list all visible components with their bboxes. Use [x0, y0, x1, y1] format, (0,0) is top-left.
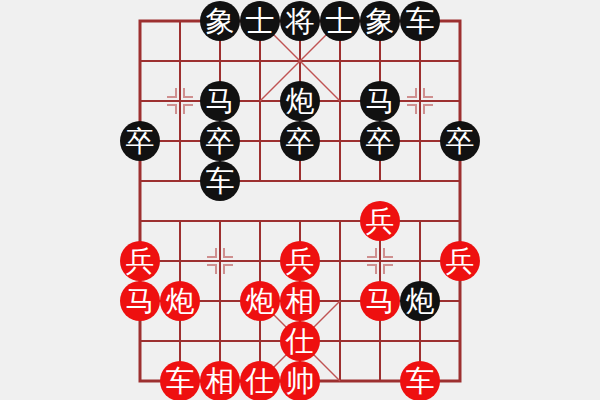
piece-red-cannon[interactable]: 炮 [160, 281, 200, 321]
piece-red-pawn[interactable]: 兵 [280, 241, 320, 281]
piece-black-pawn[interactable]: 卒 [120, 121, 160, 161]
xiangqi-board[interactable]: 象士将士象车马炮马卒卒卒卒卒车兵兵兵兵马炮炮相马炮仕车相仕帅车 [120, 1, 480, 400]
piece-black-cannon[interactable]: 炮 [280, 81, 320, 121]
piece-black-elephant[interactable]: 象 [200, 1, 240, 41]
piece-black-chariot[interactable]: 车 [400, 1, 440, 41]
piece-black-horse[interactable]: 马 [360, 81, 400, 121]
piece-black-horse[interactable]: 马 [200, 81, 240, 121]
piece-red-chariot[interactable]: 车 [400, 361, 440, 400]
piece-red-pawn[interactable]: 兵 [360, 201, 400, 241]
piece-black-advisor[interactable]: 士 [320, 1, 360, 41]
piece-red-advisor[interactable]: 仕 [280, 321, 320, 361]
piece-black-king[interactable]: 将 [280, 1, 320, 41]
piece-red-elephant[interactable]: 相 [200, 361, 240, 400]
piece-red-king[interactable]: 帅 [280, 361, 320, 400]
piece-black-advisor[interactable]: 士 [240, 1, 280, 41]
piece-red-elephant[interactable]: 相 [280, 281, 320, 321]
piece-black-pawn[interactable]: 卒 [360, 121, 400, 161]
xiangqi-screenshot: 象士将士象车马炮马卒卒卒卒卒车兵兵兵兵马炮炮相马炮仕车相仕帅车 [0, 0, 600, 400]
piece-black-elephant[interactable]: 象 [360, 1, 400, 41]
piece-red-advisor[interactable]: 仕 [240, 361, 280, 400]
piece-black-pawn[interactable]: 卒 [440, 121, 480, 161]
piece-black-chariot[interactable]: 车 [200, 161, 240, 201]
piece-red-horse[interactable]: 马 [360, 281, 400, 321]
piece-red-cannon[interactable]: 炮 [240, 281, 280, 321]
piece-black-pawn[interactable]: 卒 [200, 121, 240, 161]
piece-red-pawn[interactable]: 兵 [440, 241, 480, 281]
piece-red-chariot[interactable]: 车 [160, 361, 200, 400]
piece-red-pawn[interactable]: 兵 [120, 241, 160, 281]
piece-red-horse[interactable]: 马 [120, 281, 160, 321]
piece-black-cannon[interactable]: 炮 [400, 281, 440, 321]
piece-black-pawn[interactable]: 卒 [280, 121, 320, 161]
